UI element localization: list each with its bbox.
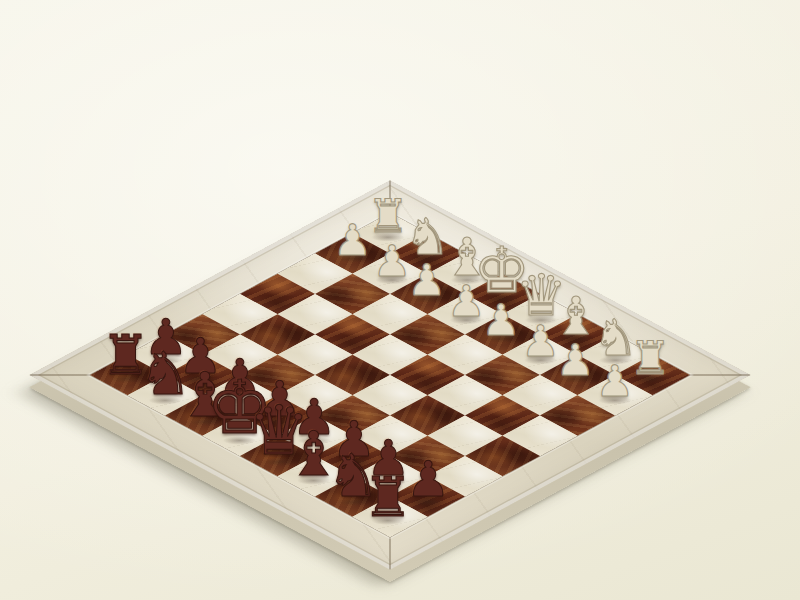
white-knight: ♞ <box>586 278 646 362</box>
chess-board: ♜♞♝♚♛♝♞♜♟♟♟♟♟♟♟♟♟♟♟♟♟♟♟♟♜♞♝♚♛♝♞♜ <box>29 180 750 569</box>
red-rook: ♜ <box>96 297 156 381</box>
red-pawn: ♟ <box>136 278 196 362</box>
white-bishop: ♝ <box>546 256 606 340</box>
mitre-seam-far <box>360 180 421 213</box>
white-king: ♚ <box>472 216 532 300</box>
white-rook: ♜ <box>620 297 680 381</box>
photo-background: ♜♞♝♚♛♝♞♜♟♟♟♟♟♟♟♟♟♟♟♟♟♟♟♟♜♞♝♚♛♝♞♜ <box>0 0 800 600</box>
board-frame: ♜♞♝♚♛♝♞♜♟♟♟♟♟♟♟♟♟♟♟♟♟♟♟♟♜♞♝♚♛♝♞♜ <box>29 180 750 569</box>
board-grid: ♜♞♝♚♛♝♞♜♟♟♟♟♟♟♟♟♟♟♟♟♟♟♟♟♜♞♝♚♛♝♞♜ <box>90 213 690 537</box>
white-bishop: ♝ <box>437 198 497 282</box>
white-queen: ♛ <box>511 238 571 322</box>
